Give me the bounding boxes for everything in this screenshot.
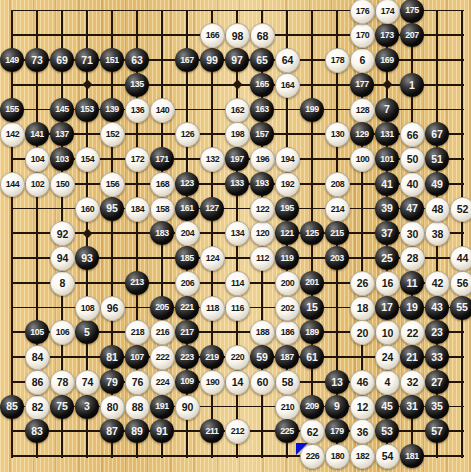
stone-85: 85 <box>0 395 24 419</box>
stone-7: 7 <box>375 98 399 122</box>
stone-64: 64 <box>275 48 300 73</box>
stone-24: 24 <box>375 345 400 370</box>
stone-11: 11 <box>400 271 424 295</box>
stone-56: 56 <box>450 271 471 296</box>
stone-172: 172 <box>125 147 150 172</box>
stone-220: 220 <box>225 345 250 370</box>
stone-184: 184 <box>125 197 150 222</box>
stone-187: 187 <box>275 345 299 369</box>
stone-165: 165 <box>250 73 274 97</box>
stone-218: 218 <box>125 320 150 345</box>
stone-201: 201 <box>300 271 324 295</box>
stone-88: 88 <box>125 395 150 420</box>
stone-67: 67 <box>425 122 449 146</box>
stone-173: 173 <box>375 23 399 47</box>
stone-103: 103 <box>50 147 74 171</box>
stone-92: 92 <box>50 221 75 246</box>
stone-76: 76 <box>125 370 150 395</box>
stone-167: 167 <box>175 48 199 72</box>
stone-210: 210 <box>275 395 300 420</box>
stone-182: 182 <box>350 444 375 469</box>
stone-144: 144 <box>0 172 25 197</box>
stone-161: 161 <box>175 197 199 221</box>
stone-208: 208 <box>325 172 350 197</box>
stone-22: 22 <box>400 320 425 345</box>
stone-20: 20 <box>350 320 375 345</box>
stone-30: 30 <box>400 221 425 246</box>
stone-1: 1 <box>400 73 424 97</box>
stone-136: 136 <box>125 98 150 123</box>
stone-21: 21 <box>400 345 424 369</box>
stone-27: 27 <box>425 370 449 394</box>
stone-114: 114 <box>225 271 250 296</box>
stone-14: 14 <box>225 370 250 395</box>
stone-132: 132 <box>200 147 225 172</box>
stone-90: 90 <box>175 395 200 420</box>
stone-157: 157 <box>250 122 274 146</box>
stone-61: 61 <box>300 345 324 369</box>
stone-130: 130 <box>325 122 350 147</box>
stone-217: 217 <box>175 320 199 344</box>
stone-215: 215 <box>325 221 349 245</box>
stone-222: 222 <box>150 345 175 370</box>
stone-31: 31 <box>400 395 424 419</box>
stone-191: 191 <box>150 395 174 419</box>
stone-97: 97 <box>225 48 249 72</box>
stone-181: 181 <box>400 444 424 468</box>
stone-175: 175 <box>400 0 424 23</box>
stone-33: 33 <box>425 345 449 369</box>
stone-209: 209 <box>300 395 324 419</box>
stone-104: 104 <box>25 147 50 172</box>
stone-98: 98 <box>225 23 250 48</box>
stone-168: 168 <box>150 172 175 197</box>
stone-18: 18 <box>350 296 375 321</box>
stone-52: 52 <box>450 197 471 222</box>
stone-39: 39 <box>375 197 399 221</box>
stone-102: 102 <box>25 172 50 197</box>
stone-26: 26 <box>350 271 375 296</box>
stone-196: 196 <box>250 147 275 172</box>
stone-91: 91 <box>150 419 174 443</box>
stone-82: 82 <box>25 395 50 420</box>
stone-190: 190 <box>200 370 225 395</box>
stone-80: 80 <box>100 395 125 420</box>
stone-16: 16 <box>375 271 400 296</box>
stone-38: 38 <box>425 221 450 246</box>
stone-223: 223 <box>175 345 199 369</box>
stone-118: 118 <box>200 296 225 321</box>
stone-199: 199 <box>300 98 324 122</box>
stone-155: 155 <box>0 98 24 122</box>
stone-60: 60 <box>250 370 275 395</box>
stone-83: 83 <box>25 419 49 443</box>
stone-193: 193 <box>250 172 274 196</box>
stone-47: 47 <box>400 197 424 221</box>
stone-42: 42 <box>425 271 450 296</box>
stone-200: 200 <box>275 271 300 296</box>
stone-3: 3 <box>75 395 99 419</box>
stone-121: 121 <box>275 221 299 245</box>
stone-153: 153 <box>75 98 99 122</box>
stone-5: 5 <box>75 320 99 344</box>
stone-188: 188 <box>250 320 275 345</box>
stone-84: 84 <box>25 345 50 370</box>
stone-108: 108 <box>75 296 100 321</box>
stone-202: 202 <box>275 296 300 321</box>
stone-93: 93 <box>75 246 99 270</box>
stone-124: 124 <box>200 246 225 271</box>
stone-205: 205 <box>150 296 174 320</box>
stone-192: 192 <box>275 172 300 197</box>
stone-94: 94 <box>50 246 75 271</box>
stone-178: 178 <box>325 48 350 73</box>
stone-186: 186 <box>275 320 300 345</box>
stone-204: 204 <box>175 221 200 246</box>
stone-75: 75 <box>50 395 74 419</box>
stone-74: 74 <box>75 370 100 395</box>
stone-87: 87 <box>100 419 124 443</box>
grid-line-vertical <box>461 10 463 458</box>
stone-225: 225 <box>275 419 299 443</box>
stone-53: 53 <box>375 419 399 443</box>
stone-176: 176 <box>350 0 375 24</box>
stone-134: 134 <box>225 221 250 246</box>
stone-183: 183 <box>150 221 174 245</box>
stone-15: 15 <box>300 296 324 320</box>
stone-50: 50 <box>400 147 425 172</box>
stone-73: 73 <box>25 48 49 72</box>
stone-195: 195 <box>275 197 299 221</box>
stone-198: 198 <box>225 122 250 147</box>
stone-156: 156 <box>100 172 125 197</box>
stone-43: 43 <box>425 296 449 320</box>
stone-158: 158 <box>150 197 175 222</box>
stone-69: 69 <box>50 48 74 72</box>
stone-128: 128 <box>350 98 375 123</box>
stone-105: 105 <box>25 320 49 344</box>
stone-100: 100 <box>350 147 375 172</box>
stone-46: 46 <box>350 370 375 395</box>
stone-96: 96 <box>100 296 125 321</box>
stone-13: 13 <box>325 370 349 394</box>
stone-40: 40 <box>400 172 425 197</box>
stone-10: 10 <box>375 320 400 345</box>
stone-79: 79 <box>100 370 124 394</box>
stone-160: 160 <box>75 197 100 222</box>
stone-177: 177 <box>350 73 374 97</box>
stone-197: 197 <box>225 147 249 171</box>
stone-19: 19 <box>400 296 424 320</box>
stone-170: 170 <box>350 23 375 48</box>
stone-214: 214 <box>325 197 350 222</box>
stone-36: 36 <box>350 419 375 444</box>
stone-57: 57 <box>425 419 449 443</box>
stone-194: 194 <box>275 147 300 172</box>
stone-12: 12 <box>350 395 375 420</box>
stone-216: 216 <box>150 320 175 345</box>
stone-71: 71 <box>75 48 99 72</box>
stone-37: 37 <box>375 221 399 245</box>
stone-45: 45 <box>375 395 399 419</box>
stone-221: 221 <box>175 296 199 320</box>
stone-109: 109 <box>175 370 199 394</box>
stone-135: 135 <box>125 73 149 97</box>
stone-32: 32 <box>400 370 425 395</box>
stone-203: 203 <box>325 246 349 270</box>
stone-65: 65 <box>250 48 274 72</box>
stone-131: 131 <box>375 122 399 146</box>
stone-9: 9 <box>325 395 349 419</box>
stone-174: 174 <box>375 0 400 24</box>
stone-59: 59 <box>250 345 274 369</box>
stone-163: 163 <box>250 98 274 122</box>
stone-166: 166 <box>200 23 225 48</box>
stone-219: 219 <box>200 345 224 369</box>
stone-154: 154 <box>75 147 100 172</box>
stone-17: 17 <box>375 296 399 320</box>
stone-112: 112 <box>250 246 275 271</box>
stone-127: 127 <box>200 197 224 221</box>
go-board[interactable]: 1345678910111213141516171819202122232425… <box>0 0 471 472</box>
stone-54: 54 <box>375 444 400 469</box>
stone-122: 122 <box>250 197 275 222</box>
stone-145: 145 <box>50 98 74 122</box>
stone-137: 137 <box>50 122 74 146</box>
stone-164: 164 <box>275 73 300 98</box>
stone-162: 162 <box>225 98 250 123</box>
stone-62: 62 <box>300 419 325 444</box>
stone-125: 125 <box>300 221 324 245</box>
stone-23: 23 <box>425 320 449 344</box>
stone-169: 169 <box>375 48 399 72</box>
stone-41: 41 <box>375 172 399 196</box>
stone-133: 133 <box>225 172 249 196</box>
stone-120: 120 <box>250 221 275 246</box>
stone-78: 78 <box>50 370 75 395</box>
stone-213: 213 <box>125 271 149 295</box>
stone-4: 4 <box>375 370 400 395</box>
stone-119: 119 <box>275 246 299 270</box>
star-point <box>82 228 92 238</box>
stone-44: 44 <box>450 246 471 271</box>
star-point <box>232 80 242 90</box>
stone-150: 150 <box>50 172 75 197</box>
stone-152: 152 <box>100 122 125 147</box>
stone-129: 129 <box>350 122 374 146</box>
stone-101: 101 <box>375 147 399 171</box>
stone-51: 51 <box>425 147 449 171</box>
stone-55: 55 <box>450 296 471 320</box>
stone-116: 116 <box>225 296 250 321</box>
stone-81: 81 <box>100 345 124 369</box>
stone-6: 6 <box>350 48 375 73</box>
stone-211: 211 <box>200 419 224 443</box>
stone-63: 63 <box>125 48 149 72</box>
stone-107: 107 <box>125 345 149 369</box>
stone-99: 99 <box>200 48 224 72</box>
stone-142: 142 <box>0 122 25 147</box>
stone-66: 66 <box>400 122 425 147</box>
stone-179: 179 <box>325 419 349 443</box>
stone-149: 149 <box>0 48 24 72</box>
stone-224: 224 <box>150 370 175 395</box>
stone-49: 49 <box>425 172 449 196</box>
star-point <box>82 80 92 90</box>
stone-126: 126 <box>175 122 200 147</box>
stone-58: 58 <box>275 370 300 395</box>
stone-106: 106 <box>50 320 75 345</box>
stone-185: 185 <box>175 246 199 270</box>
stone-123: 123 <box>175 172 199 196</box>
stone-140: 140 <box>150 98 175 123</box>
stone-68: 68 <box>250 23 275 48</box>
stone-141: 141 <box>25 122 49 146</box>
stone-171: 171 <box>150 147 174 171</box>
stone-25: 25 <box>375 246 399 270</box>
stone-189: 189 <box>300 320 324 344</box>
stone-206: 206 <box>175 271 200 296</box>
star-point <box>382 80 392 90</box>
stone-207: 207 <box>400 23 424 47</box>
last-move-marker <box>296 443 308 455</box>
stone-48: 48 <box>425 197 450 222</box>
stone-212: 212 <box>225 419 250 444</box>
stone-28: 28 <box>400 246 425 271</box>
stone-35: 35 <box>425 395 449 419</box>
stone-95: 95 <box>100 197 124 221</box>
stone-180: 180 <box>325 444 350 469</box>
stone-151: 151 <box>100 48 124 72</box>
stone-139: 139 <box>100 98 124 122</box>
stone-86: 86 <box>25 370 50 395</box>
stone-89: 89 <box>125 419 149 443</box>
stone-8: 8 <box>50 271 75 296</box>
